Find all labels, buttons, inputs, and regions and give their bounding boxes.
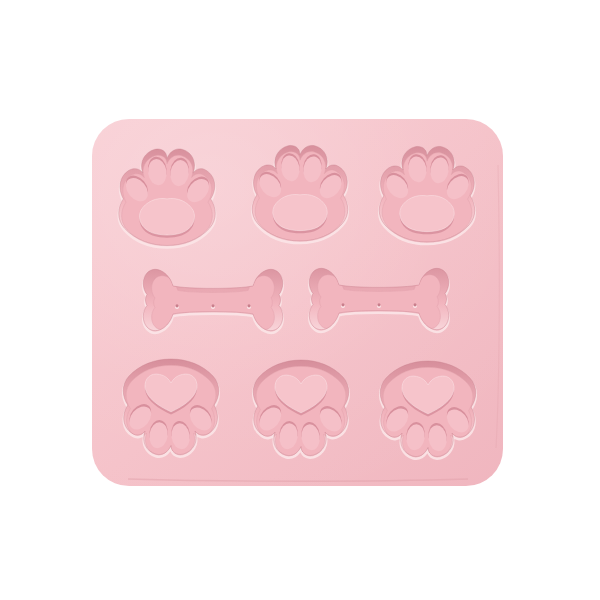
silicone-mold-photo — [0, 0, 600, 600]
product-photo — [0, 0, 600, 600]
